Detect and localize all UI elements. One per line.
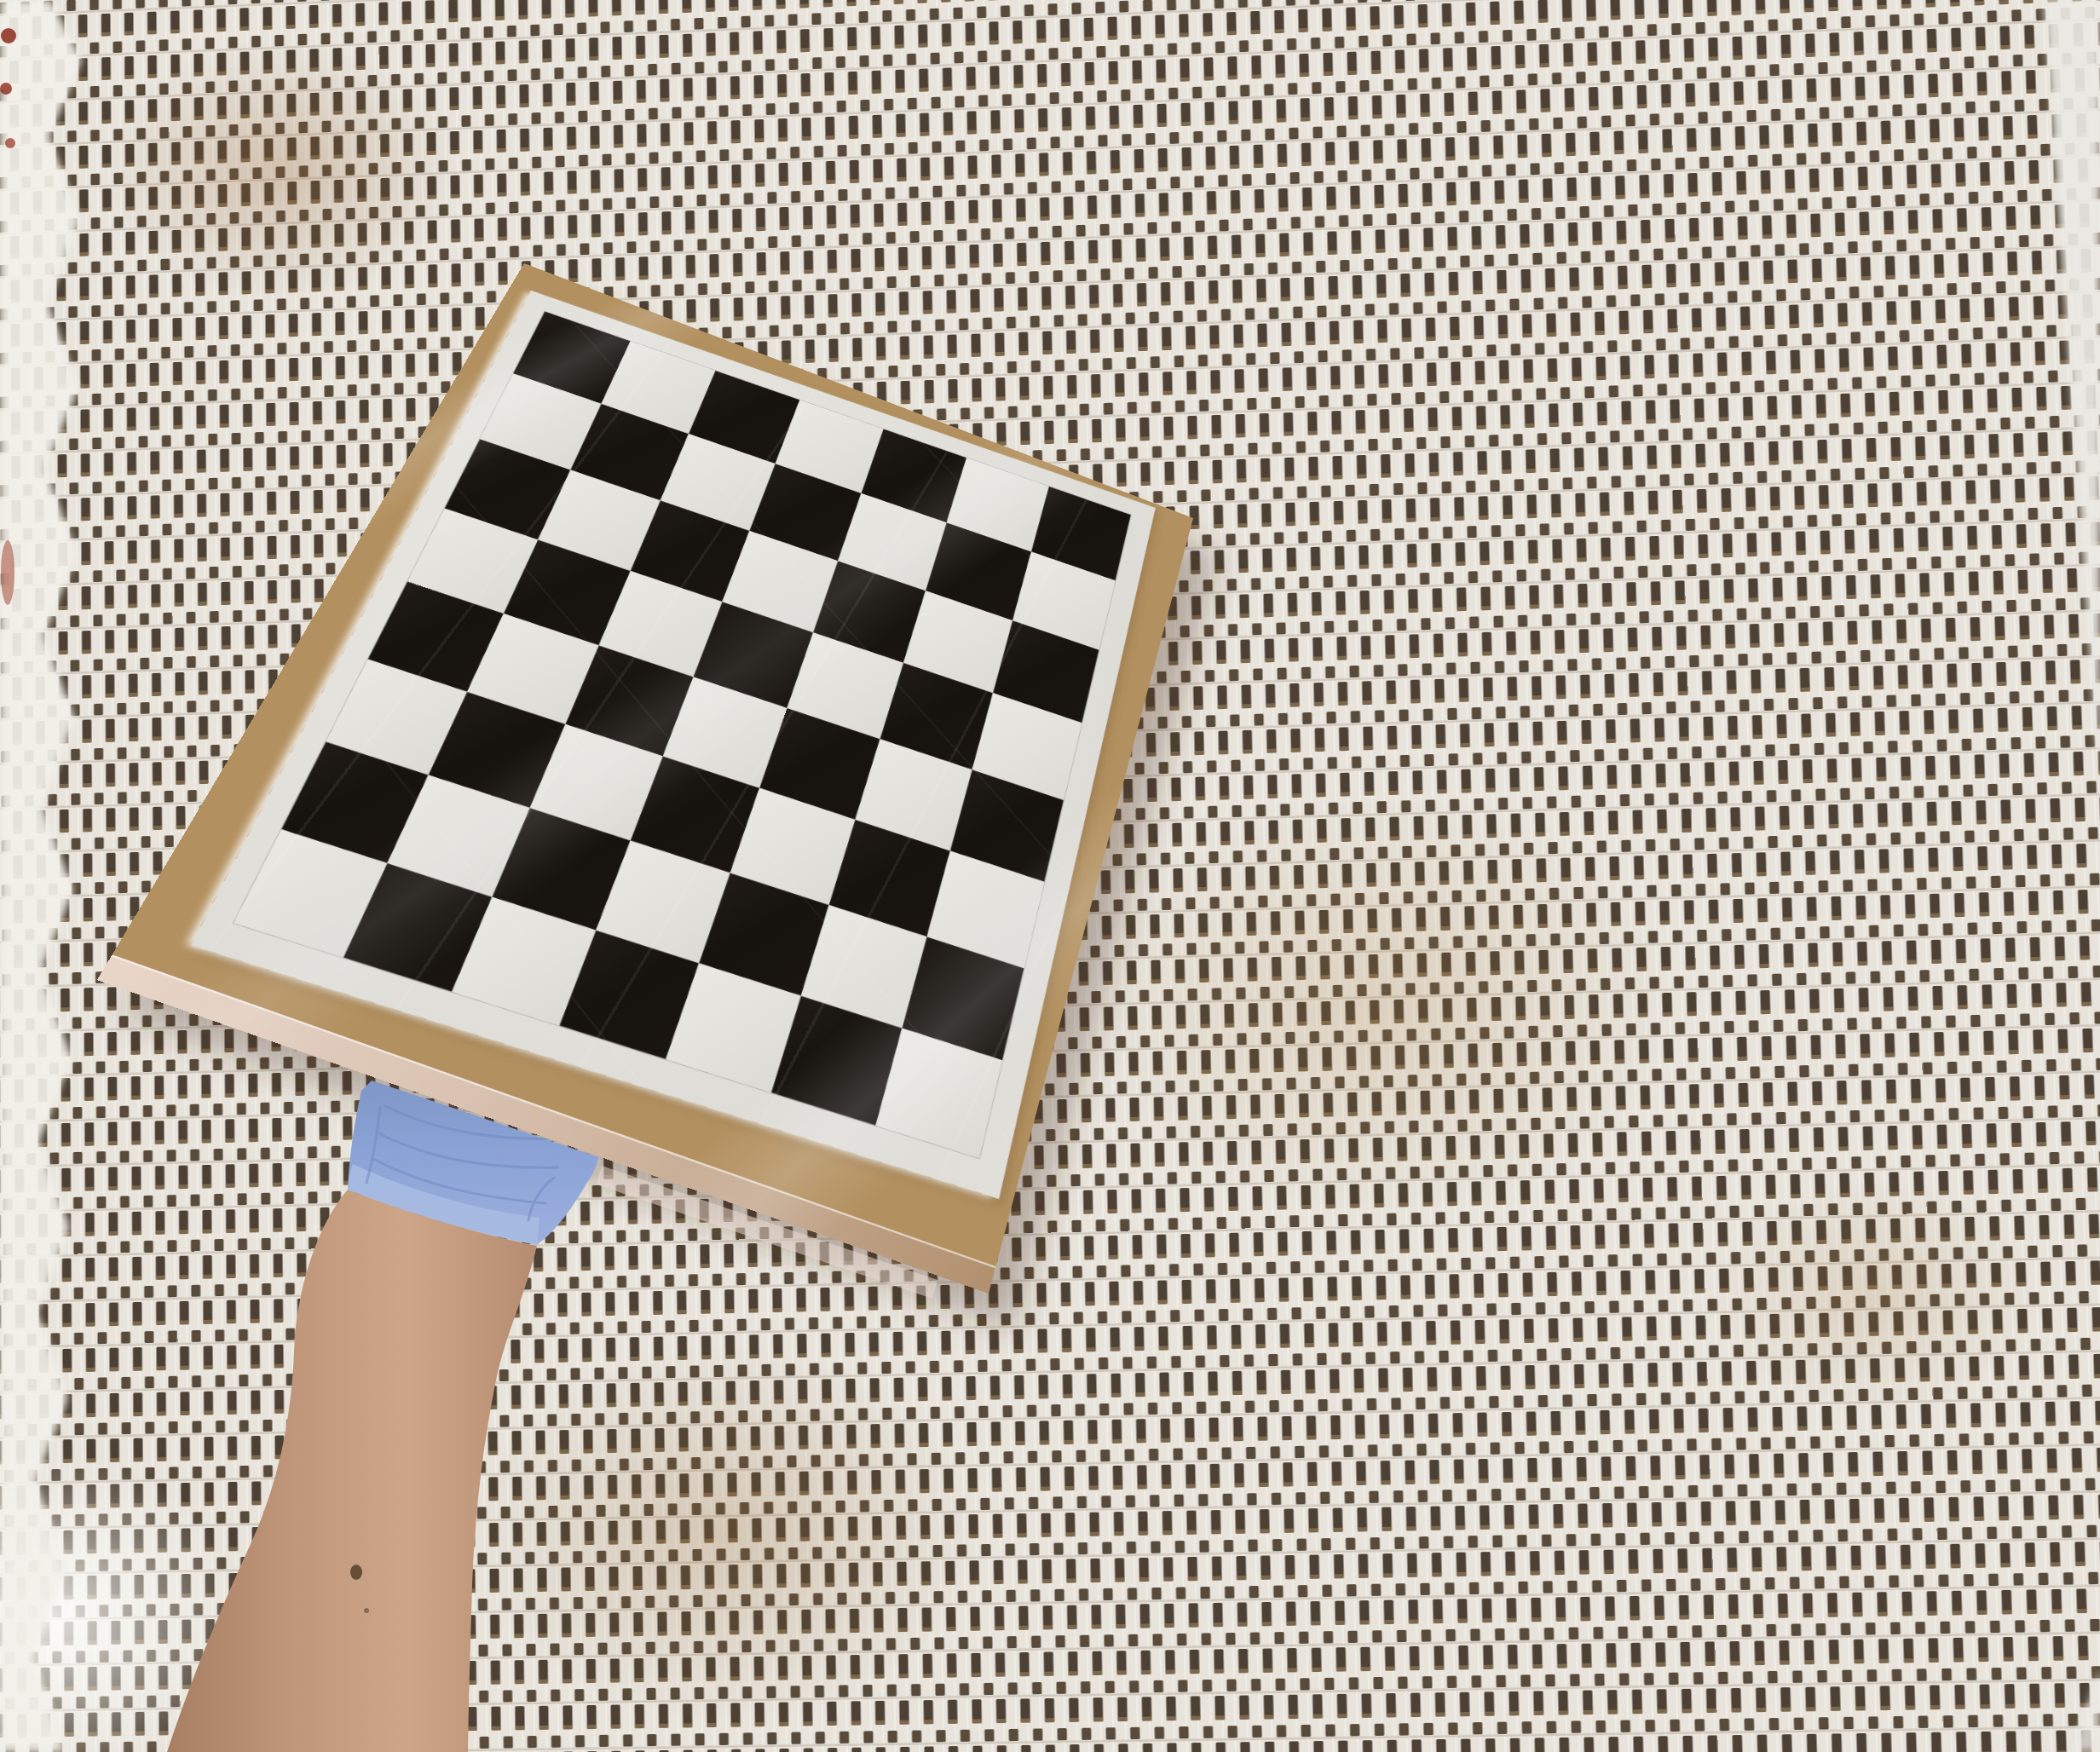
belt-right-corner <box>2071 1668 2100 1752</box>
photo-scene <box>0 0 2100 1752</box>
belt-left-edge-tabs <box>0 0 82 1752</box>
mole <box>350 1565 362 1580</box>
mole-small <box>364 1608 369 1613</box>
belt-right-edge-band <box>2044 0 2100 792</box>
forearm <box>167 1190 537 1752</box>
